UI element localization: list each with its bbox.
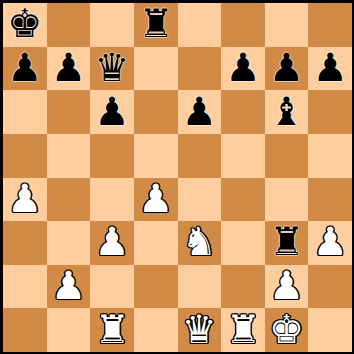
square-c1[interactable]: ♜ [90, 308, 134, 352]
square-f2[interactable] [221, 265, 265, 309]
square-e3[interactable]: ♞ [178, 221, 222, 265]
square-g7[interactable]: ♟ [265, 47, 309, 91]
square-f8[interactable] [221, 3, 265, 47]
piece-black-pawn[interactable]: ♟ [225, 48, 260, 87]
square-g3[interactable]: ♜ [265, 221, 309, 265]
piece-black-king[interactable]: ♚ [7, 4, 42, 43]
square-a6[interactable] [3, 90, 47, 134]
square-d3[interactable] [134, 221, 178, 265]
square-f6[interactable] [221, 90, 265, 134]
square-g2[interactable]: ♟ [265, 265, 309, 309]
square-g1[interactable]: ♚ [265, 308, 309, 352]
square-e8[interactable] [178, 3, 222, 47]
piece-black-rook[interactable]: ♜ [269, 222, 304, 261]
square-d2[interactable] [134, 265, 178, 309]
piece-white-rook[interactable]: ♜ [95, 310, 130, 349]
square-c8[interactable] [90, 3, 134, 47]
board-grid: ♚♜♟♟♛♟♟♟♟♟♝♟♟♟♞♜♟♟♟♜♛♜♚ [3, 3, 352, 352]
square-h7[interactable]: ♟ [308, 47, 352, 91]
square-d5[interactable] [134, 134, 178, 178]
square-f3[interactable] [221, 221, 265, 265]
piece-black-queen[interactable]: ♛ [95, 48, 130, 87]
square-b5[interactable] [47, 134, 91, 178]
square-b8[interactable] [47, 3, 91, 47]
square-d4[interactable]: ♟ [134, 178, 178, 222]
square-e4[interactable] [178, 178, 222, 222]
square-h4[interactable] [308, 178, 352, 222]
piece-white-pawn[interactable]: ♟ [7, 179, 42, 218]
square-c7[interactable]: ♛ [90, 47, 134, 91]
square-b6[interactable] [47, 90, 91, 134]
square-h1[interactable] [308, 308, 352, 352]
square-a7[interactable]: ♟ [3, 47, 47, 91]
square-d7[interactable] [134, 47, 178, 91]
piece-white-rook[interactable]: ♜ [225, 310, 260, 349]
square-c5[interactable] [90, 134, 134, 178]
square-f5[interactable] [221, 134, 265, 178]
square-g4[interactable] [265, 178, 309, 222]
square-e6[interactable]: ♟ [178, 90, 222, 134]
piece-black-pawn[interactable]: ♟ [7, 48, 42, 87]
square-c6[interactable]: ♟ [90, 90, 134, 134]
square-b7[interactable]: ♟ [47, 47, 91, 91]
piece-white-pawn[interactable]: ♟ [269, 266, 304, 305]
square-h6[interactable] [308, 90, 352, 134]
piece-black-pawn[interactable]: ♟ [95, 92, 130, 131]
square-e5[interactable] [178, 134, 222, 178]
square-h3[interactable]: ♟ [308, 221, 352, 265]
square-c4[interactable] [90, 178, 134, 222]
square-e1[interactable]: ♛ [178, 308, 222, 352]
square-g5[interactable] [265, 134, 309, 178]
piece-black-pawn[interactable]: ♟ [182, 92, 217, 131]
piece-black-rook[interactable]: ♜ [138, 4, 173, 43]
piece-white-pawn[interactable]: ♟ [313, 222, 348, 261]
square-h5[interactable] [308, 134, 352, 178]
square-a2[interactable] [3, 265, 47, 309]
piece-black-pawn[interactable]: ♟ [51, 48, 86, 87]
piece-black-pawn[interactable]: ♟ [313, 48, 348, 87]
square-b1[interactable] [47, 308, 91, 352]
square-a8[interactable]: ♚ [3, 3, 47, 47]
piece-white-queen[interactable]: ♛ [182, 310, 217, 349]
square-a4[interactable]: ♟ [3, 178, 47, 222]
square-f1[interactable]: ♜ [221, 308, 265, 352]
piece-white-pawn[interactable]: ♟ [51, 266, 86, 305]
piece-black-bishop[interactable]: ♝ [269, 92, 304, 131]
square-e7[interactable] [178, 47, 222, 91]
square-b4[interactable] [47, 178, 91, 222]
square-g6[interactable]: ♝ [265, 90, 309, 134]
square-d8[interactable]: ♜ [134, 3, 178, 47]
piece-white-knight[interactable]: ♞ [182, 222, 217, 261]
square-h8[interactable] [308, 3, 352, 47]
square-a5[interactable] [3, 134, 47, 178]
piece-white-pawn[interactable]: ♟ [95, 222, 130, 261]
piece-white-king[interactable]: ♚ [269, 310, 304, 349]
square-c2[interactable] [90, 265, 134, 309]
square-b2[interactable]: ♟ [47, 265, 91, 309]
square-a1[interactable] [3, 308, 47, 352]
piece-white-pawn[interactable]: ♟ [138, 179, 173, 218]
square-e2[interactable] [178, 265, 222, 309]
square-d6[interactable] [134, 90, 178, 134]
square-f7[interactable]: ♟ [221, 47, 265, 91]
square-g8[interactable] [265, 3, 309, 47]
square-d1[interactable] [134, 308, 178, 352]
square-h2[interactable] [308, 265, 352, 309]
square-b3[interactable] [47, 221, 91, 265]
square-f4[interactable] [221, 178, 265, 222]
piece-black-pawn[interactable]: ♟ [269, 48, 304, 87]
square-a3[interactable] [3, 221, 47, 265]
chess-board: ♚♜♟♟♛♟♟♟♟♟♝♟♟♟♞♜♟♟♟♜♛♜♚ [0, 0, 354, 354]
square-c3[interactable]: ♟ [90, 221, 134, 265]
